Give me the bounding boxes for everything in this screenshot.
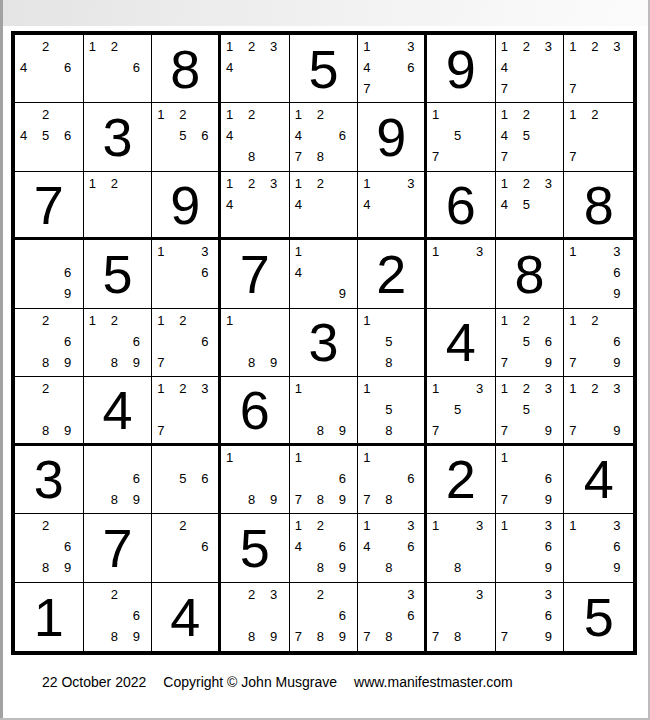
pencil-marks: 12689 xyxy=(86,310,152,373)
pencil-marks: 127 xyxy=(566,104,632,167)
solved-digit: 3 xyxy=(290,309,358,376)
solved-digit: 4 xyxy=(152,583,218,651)
pencil-marks: 1234 xyxy=(223,173,289,236)
solved-digit: 8 xyxy=(496,240,564,307)
pencil-marks: 3678 xyxy=(360,584,426,647)
solved-digit: 7 xyxy=(84,514,152,581)
pencil-marks: 69 xyxy=(17,241,83,304)
pencil-marks: 2456 xyxy=(17,104,83,167)
cell-r5c5: 3 xyxy=(290,309,359,377)
solved-digit: 5 xyxy=(84,240,152,307)
pencil-marks: 12 xyxy=(86,173,152,236)
cell-r6c4: 6 xyxy=(221,377,290,445)
pencil-marks: 26 xyxy=(154,515,220,578)
solved-digit: 6 xyxy=(427,172,495,237)
pencil-marks: 138 xyxy=(429,515,495,578)
solved-digit: 8 xyxy=(152,35,218,102)
pencil-marks: 2689 xyxy=(17,515,83,578)
cell-r4c6: 2 xyxy=(358,240,427,308)
cell-r6c3: 1237 xyxy=(152,377,221,445)
footer-date: 22 October 2022 xyxy=(42,674,146,690)
cell-r3c9: 8 xyxy=(564,172,633,240)
cell-r1c6: 13467 xyxy=(358,35,427,103)
cell-r8c9: 1369 xyxy=(564,514,633,582)
cell-r3c7: 6 xyxy=(427,172,496,240)
pencil-marks: 1267 xyxy=(154,310,220,373)
pencil-marks: 289 xyxy=(17,378,83,441)
cell-r3c4: 1234 xyxy=(221,172,290,240)
pencil-marks: 3679 xyxy=(498,584,564,647)
pencil-marks: 136 xyxy=(154,241,220,304)
pencil-marks: 2689 xyxy=(86,584,152,647)
cell-r8c8: 1369 xyxy=(496,514,565,582)
cell-r3c2: 12 xyxy=(84,172,153,240)
pencil-marks: 189 xyxy=(223,447,289,510)
pencil-marks: 1678 xyxy=(360,447,426,510)
cell-r1c9: 1237 xyxy=(564,35,633,103)
cell-r4c1: 69 xyxy=(15,240,84,308)
pencil-marks: 123579 xyxy=(498,378,564,441)
cell-r1c4: 1234 xyxy=(221,35,290,103)
cell-r2c3: 1256 xyxy=(152,103,221,171)
pencil-marks: 13 xyxy=(429,241,495,304)
cell-r6c2: 4 xyxy=(84,377,153,445)
cell-r7c8: 1679 xyxy=(496,446,565,514)
cell-r3c8: 12345 xyxy=(496,172,565,240)
pencil-marks: 16789 xyxy=(292,447,358,510)
cell-r1c8: 12347 xyxy=(496,35,565,103)
cell-r4c7: 13 xyxy=(427,240,496,308)
pencil-marks: 158 xyxy=(360,378,426,441)
cell-r1c3: 8 xyxy=(152,35,221,103)
cell-r2c6: 9 xyxy=(358,103,427,171)
solved-digit: 4 xyxy=(564,446,633,513)
pencil-marks: 378 xyxy=(429,584,495,647)
pencil-marks: 125679 xyxy=(498,310,564,373)
cell-r2c9: 127 xyxy=(564,103,633,171)
cell-r8c4: 5 xyxy=(221,514,290,582)
cell-r5c1: 2689 xyxy=(15,309,84,377)
solved-digit: 7 xyxy=(15,172,83,237)
cell-r9c9: 5 xyxy=(564,583,633,651)
pencil-marks: 12345 xyxy=(498,173,564,236)
pencil-marks: 246 xyxy=(17,36,83,99)
solved-digit: 5 xyxy=(290,35,358,102)
cell-r8c3: 26 xyxy=(152,514,221,582)
cell-r6c5: 189 xyxy=(290,377,359,445)
cell-r7c5: 16789 xyxy=(290,446,359,514)
pencil-marks: 12457 xyxy=(498,104,564,167)
solved-digit: 2 xyxy=(358,240,424,307)
window-header-bar xyxy=(0,0,650,26)
pencil-marks: 1369 xyxy=(566,515,632,578)
pencil-marks: 1234 xyxy=(223,36,289,99)
cell-r9c5: 26789 xyxy=(290,583,359,651)
cell-r3c5: 124 xyxy=(290,172,359,240)
pencil-marks: 1679 xyxy=(498,447,564,510)
cell-r6c8: 123579 xyxy=(496,377,565,445)
cell-r7c3: 56 xyxy=(152,446,221,514)
cell-r7c7: 2 xyxy=(427,446,496,514)
pencil-marks: 56 xyxy=(154,447,220,510)
cell-r6c7: 1357 xyxy=(427,377,496,445)
cell-r7c9: 4 xyxy=(564,446,633,514)
pencil-marks: 2389 xyxy=(223,584,289,647)
footer: 22 October 2022Copyright © John Musgrave… xyxy=(42,672,513,692)
pencil-marks: 2689 xyxy=(17,310,83,373)
cell-r2c7: 157 xyxy=(427,103,496,171)
cell-r2c2: 3 xyxy=(84,103,153,171)
cell-r2c4: 1248 xyxy=(221,103,290,171)
solved-digit: 7 xyxy=(221,240,289,307)
cell-r5c7: 4 xyxy=(427,309,496,377)
solved-digit: 8 xyxy=(564,172,633,237)
cell-r5c4: 189 xyxy=(221,309,290,377)
page-edge-left xyxy=(0,0,3,720)
pencil-marks: 689 xyxy=(86,447,152,510)
solved-digit: 3 xyxy=(84,103,152,170)
cell-r8c7: 138 xyxy=(427,514,496,582)
cell-r5c2: 12689 xyxy=(84,309,153,377)
pencil-marks: 1369 xyxy=(498,515,564,578)
solved-digit: 9 xyxy=(152,172,218,237)
solved-digit: 3 xyxy=(15,446,83,513)
cell-r6c6: 158 xyxy=(358,377,427,445)
cell-r2c1: 2456 xyxy=(15,103,84,171)
cell-r9c6: 3678 xyxy=(358,583,427,651)
solved-digit: 9 xyxy=(427,35,495,102)
cell-r9c4: 2389 xyxy=(221,583,290,651)
cell-r3c3: 9 xyxy=(152,172,221,240)
solved-digit: 9 xyxy=(358,103,424,170)
pencil-marks: 189 xyxy=(223,310,289,373)
pencil-marks: 157 xyxy=(429,104,495,167)
sudoku-grid: 2461268123451346791234712372456312561248… xyxy=(11,31,637,655)
pencil-marks: 1237 xyxy=(154,378,220,441)
cell-r5c9: 12679 xyxy=(564,309,633,377)
cell-r4c5: 149 xyxy=(290,240,359,308)
cell-r7c4: 189 xyxy=(221,446,290,514)
pencil-marks: 1357 xyxy=(429,378,495,441)
solved-digit: 5 xyxy=(221,514,289,581)
cell-r4c3: 136 xyxy=(152,240,221,308)
cell-r9c2: 2689 xyxy=(84,583,153,651)
pencil-marks: 126 xyxy=(86,36,152,99)
cell-r4c2: 5 xyxy=(84,240,153,308)
cell-r5c3: 1267 xyxy=(152,309,221,377)
pencil-marks: 134 xyxy=(360,173,426,236)
pencil-marks: 189 xyxy=(292,378,358,441)
pencil-marks: 124 xyxy=(292,173,358,236)
cell-r5c6: 158 xyxy=(358,309,427,377)
cell-r3c6: 134 xyxy=(358,172,427,240)
pencil-marks: 1256 xyxy=(154,104,220,167)
pencil-marks: 26789 xyxy=(292,584,358,647)
pencil-marks: 1248 xyxy=(223,104,289,167)
solved-digit: 4 xyxy=(84,377,152,442)
cell-r8c2: 7 xyxy=(84,514,153,582)
cell-r6c1: 289 xyxy=(15,377,84,445)
solved-digit: 6 xyxy=(221,377,289,442)
cell-r7c1: 3 xyxy=(15,446,84,514)
cell-r9c1: 1 xyxy=(15,583,84,651)
pencil-marks: 124678 xyxy=(292,104,358,167)
pencil-marks: 12379 xyxy=(566,378,632,441)
pencil-marks: 13467 xyxy=(360,36,426,99)
cell-r5c8: 125679 xyxy=(496,309,565,377)
pencil-marks: 149 xyxy=(292,241,358,304)
pencil-marks: 1237 xyxy=(566,36,632,99)
cell-r4c8: 8 xyxy=(496,240,565,308)
solved-digit: 4 xyxy=(427,309,495,376)
cell-r1c7: 9 xyxy=(427,35,496,103)
footer-copyright: Copyright © John Musgrave xyxy=(163,674,337,690)
cell-r1c5: 5 xyxy=(290,35,359,103)
cell-r8c6: 13468 xyxy=(358,514,427,582)
cell-r9c8: 3679 xyxy=(496,583,565,651)
cell-r3c1: 7 xyxy=(15,172,84,240)
cell-r8c1: 2689 xyxy=(15,514,84,582)
pencil-marks: 124689 xyxy=(292,515,358,578)
cell-r7c2: 689 xyxy=(84,446,153,514)
pencil-marks: 12347 xyxy=(498,36,564,99)
footer-website: www.manifestmaster.com xyxy=(354,674,513,690)
solved-digit: 5 xyxy=(564,583,633,651)
solved-digit: 1 xyxy=(15,583,83,651)
cell-r9c3: 4 xyxy=(152,583,221,651)
cell-r1c1: 246 xyxy=(15,35,84,103)
pencil-marks: 1369 xyxy=(566,241,632,304)
solved-digit: 2 xyxy=(427,446,495,513)
pencil-marks: 12679 xyxy=(566,310,632,373)
cell-r4c4: 7 xyxy=(221,240,290,308)
cell-r4c9: 1369 xyxy=(564,240,633,308)
cell-r2c8: 12457 xyxy=(496,103,565,171)
pencil-marks: 158 xyxy=(360,310,426,373)
pencil-marks: 13468 xyxy=(360,515,426,578)
cell-r8c5: 124689 xyxy=(290,514,359,582)
cell-r6c9: 12379 xyxy=(564,377,633,445)
cell-r9c7: 378 xyxy=(427,583,496,651)
cell-r2c5: 124678 xyxy=(290,103,359,171)
cell-r7c6: 1678 xyxy=(358,446,427,514)
cell-r1c2: 126 xyxy=(84,35,153,103)
